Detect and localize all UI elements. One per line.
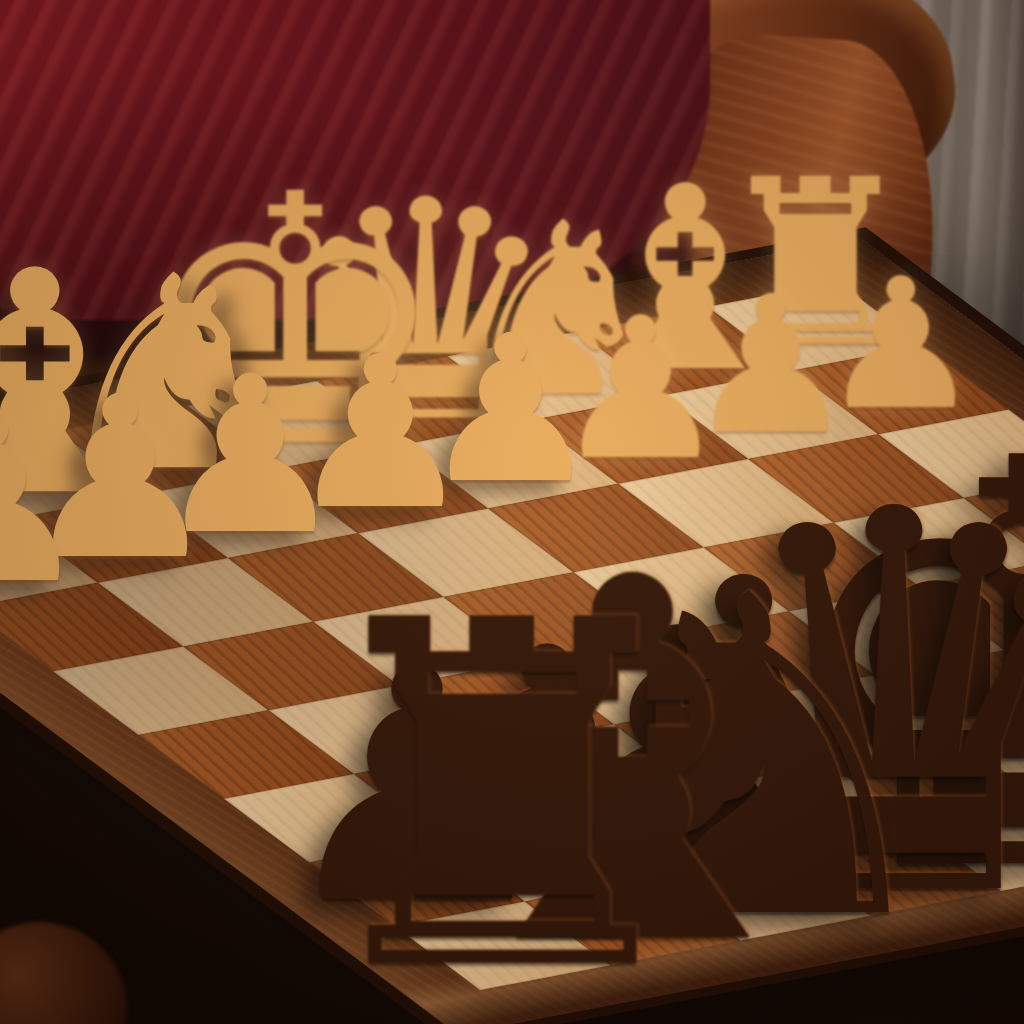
- table-leg-knob: [0, 922, 127, 1024]
- piece-black-rook[interactable]: ♜: [289, 559, 716, 1024]
- photo-stage: ♜♝♞♛♚♞♝♟♟♟♟♟♟♟♟♚♛♞♝♜♟♟♟: [0, 0, 1024, 1024]
- pieces-layer: ♜♝♞♛♚♞♝♟♟♟♟♟♟♟♟♚♛♞♝♜♟♟♟: [0, 0, 1024, 1024]
- piece-white-pawn[interactable]: ♟: [0, 385, 94, 616]
